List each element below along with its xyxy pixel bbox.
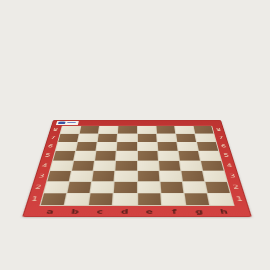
square-a7[interactable] xyxy=(58,134,79,142)
logo-blue-line-icon xyxy=(67,122,76,123)
square-g7[interactable] xyxy=(175,134,195,142)
rank-label-left-5: 5 xyxy=(41,151,54,161)
square-a5[interactable] xyxy=(53,151,75,160)
square-c4[interactable] xyxy=(93,161,114,171)
file-label-g: g xyxy=(186,208,212,216)
file-label-d: d xyxy=(111,208,136,216)
square-b2[interactable] xyxy=(67,182,91,193)
square-h5[interactable] xyxy=(198,151,220,160)
square-g8[interactable] xyxy=(174,126,193,134)
square-c1[interactable] xyxy=(89,193,113,205)
rank-label-left-4: 4 xyxy=(37,160,50,170)
square-h1[interactable] xyxy=(207,193,233,205)
square-g6[interactable] xyxy=(177,142,198,150)
square-e8[interactable] xyxy=(137,126,155,134)
square-d6[interactable] xyxy=(117,142,136,150)
square-f1[interactable] xyxy=(160,193,184,205)
square-b5[interactable] xyxy=(74,151,95,160)
square-g1[interactable] xyxy=(184,193,209,205)
square-a3[interactable] xyxy=(47,171,71,181)
square-a6[interactable] xyxy=(55,142,76,150)
rank-label-right-7: 7 xyxy=(215,133,227,141)
file-label-h: h xyxy=(210,208,237,216)
logo-blue-mark-icon xyxy=(57,121,65,124)
rank-label-right-4: 4 xyxy=(222,160,235,170)
square-f3[interactable] xyxy=(159,171,181,181)
file-label-b: b xyxy=(61,208,87,216)
square-e2[interactable] xyxy=(137,182,159,193)
square-f4[interactable] xyxy=(158,161,179,171)
square-f6[interactable] xyxy=(157,142,177,150)
chess-board xyxy=(39,126,234,206)
square-e4[interactable] xyxy=(137,161,158,171)
square-g5[interactable] xyxy=(178,151,199,160)
rank-label-left-7: 7 xyxy=(47,133,59,141)
rank-label-right-6: 6 xyxy=(217,142,229,151)
square-b1[interactable] xyxy=(64,193,89,205)
square-h2[interactable] xyxy=(205,182,230,193)
square-h8[interactable] xyxy=(193,126,213,134)
square-g2[interactable] xyxy=(182,182,206,193)
square-c5[interactable] xyxy=(95,151,116,160)
square-d1[interactable] xyxy=(113,193,136,205)
square-h3[interactable] xyxy=(202,171,226,181)
square-e3[interactable] xyxy=(137,171,158,181)
square-g4[interactable] xyxy=(179,161,201,171)
square-e6[interactable] xyxy=(137,142,156,150)
file-label-a: a xyxy=(36,208,63,216)
square-a4[interactable] xyxy=(50,161,73,171)
file-label-c: c xyxy=(86,208,112,216)
rank-label-left-6: 6 xyxy=(44,142,56,151)
square-c6[interactable] xyxy=(96,142,116,150)
square-e7[interactable] xyxy=(137,134,156,142)
square-c8[interactable] xyxy=(99,126,118,134)
square-c7[interactable] xyxy=(97,134,116,142)
square-f7[interactable] xyxy=(156,134,175,142)
file-label-e: e xyxy=(137,208,162,216)
square-h4[interactable] xyxy=(200,161,223,171)
chess-mat: 87654321 87654321 abcdefgh xyxy=(22,120,252,217)
square-d3[interactable] xyxy=(115,171,136,181)
square-d2[interactable] xyxy=(114,182,136,193)
square-d5[interactable] xyxy=(116,151,136,160)
square-d7[interactable] xyxy=(117,134,136,142)
square-b6[interactable] xyxy=(76,142,97,150)
rank-label-left-8: 8 xyxy=(49,126,60,134)
square-e5[interactable] xyxy=(137,151,157,160)
square-g3[interactable] xyxy=(181,171,204,181)
square-d4[interactable] xyxy=(115,161,136,171)
brand-logo-icon xyxy=(55,121,78,125)
square-b4[interactable] xyxy=(72,161,94,171)
square-b8[interactable] xyxy=(79,126,98,134)
square-c2[interactable] xyxy=(90,182,113,193)
square-h6[interactable] xyxy=(196,142,217,150)
square-f8[interactable] xyxy=(156,126,175,134)
square-f5[interactable] xyxy=(157,151,178,160)
square-f2[interactable] xyxy=(160,182,183,193)
file-labels-bottom: abcdefgh xyxy=(36,208,237,216)
rank-label-right-8: 8 xyxy=(212,126,223,134)
square-b7[interactable] xyxy=(78,134,98,142)
square-a1[interactable] xyxy=(40,193,66,205)
square-a2[interactable] xyxy=(44,182,69,193)
square-d8[interactable] xyxy=(118,126,136,134)
file-label-f: f xyxy=(161,208,187,216)
square-a8[interactable] xyxy=(60,126,80,134)
square-e1[interactable] xyxy=(137,193,160,205)
photo-background: 87654321 87654321 abcdefgh xyxy=(0,0,270,270)
rank-label-right-5: 5 xyxy=(220,151,233,161)
square-c3[interactable] xyxy=(92,171,114,181)
square-h7[interactable] xyxy=(195,134,216,142)
square-b3[interactable] xyxy=(69,171,92,181)
